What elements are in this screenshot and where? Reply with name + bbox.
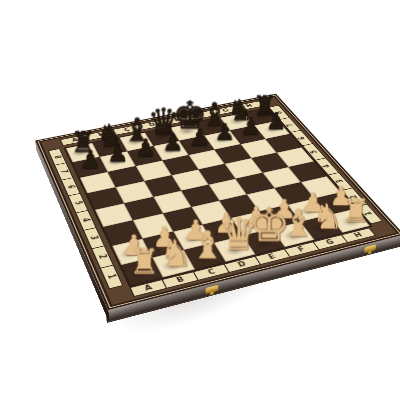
black-pawn-glyph: ♟ — [79, 147, 101, 172]
white-knight-glyph: ♞ — [160, 235, 193, 271]
coordinate-plaque: 3 — [84, 228, 104, 248]
white-knight-glyph: ♞ — [312, 199, 343, 234]
brass-clasp-right-icon — [364, 244, 376, 253]
coordinate-plaque: 4 — [76, 210, 95, 229]
chess-set-product-photo: ABCDEFGH ABCDEFGH 87654321 87654321 ♜♞♝♛… — [0, 0, 400, 400]
white-bishop-glyph: ♝ — [190, 225, 224, 263]
white-rook-glyph: ♜ — [341, 195, 370, 227]
white-queen-glyph: ♛ — [219, 212, 258, 255]
coordinate-plaque: 8 — [49, 149, 66, 165]
black-pawn-glyph: ♟ — [215, 120, 236, 143]
white-rook-glyph: ♜ — [128, 245, 159, 280]
black-pawn-glyph: ♟ — [107, 141, 129, 165]
coordinate-plaque: 6 — [62, 178, 80, 195]
coordinate-plaque: 7 — [55, 163, 72, 180]
coordinate-plaque: 1 — [101, 265, 122, 288]
black-pawn-glyph: ♟ — [241, 115, 262, 138]
coordinate-plaque: E — [255, 250, 289, 265]
black-pawn-glyph: ♟ — [189, 125, 210, 149]
folding-chess-board: ABCDEFGH ABCDEFGH 87654321 87654321 ♜♞♝♛… — [35, 94, 400, 310]
coordinate-plaque: 5 — [69, 194, 87, 212]
black-pawn-glyph: ♟ — [135, 136, 157, 160]
black-pawn-glyph: ♟ — [162, 131, 183, 155]
brass-clasp-left-icon — [206, 285, 219, 294]
coordinate-plaque: 2 — [92, 246, 112, 268]
